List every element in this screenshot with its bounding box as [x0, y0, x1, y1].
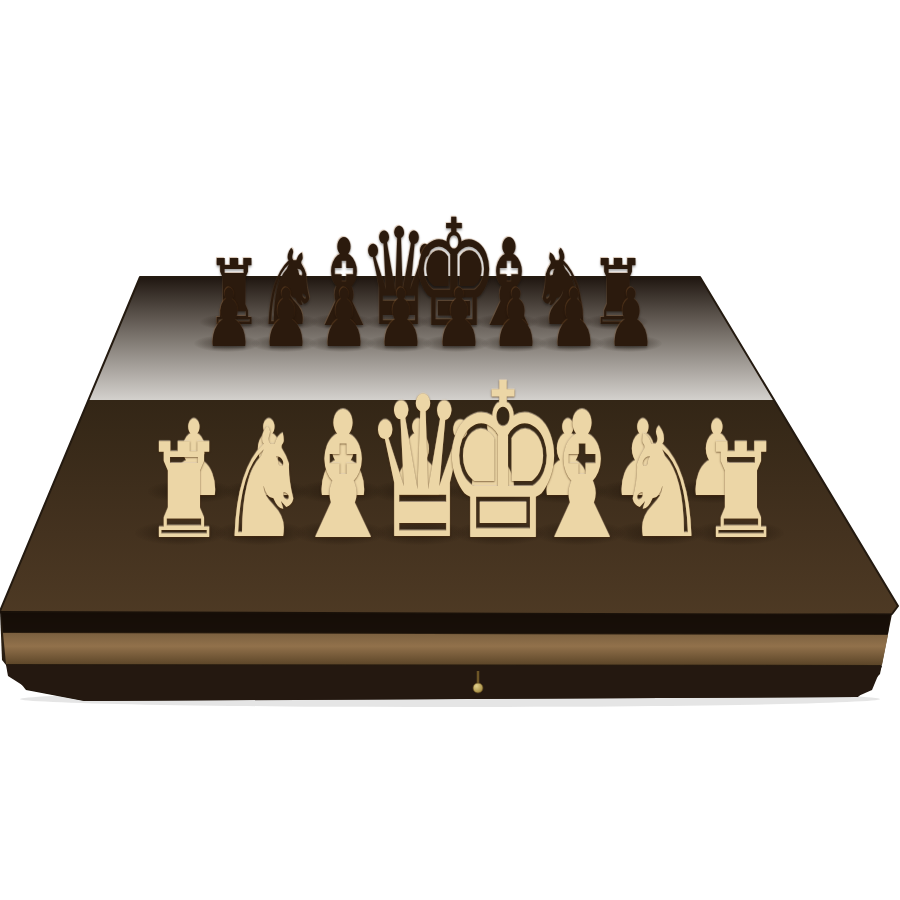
piece-dark-pawn-h7[interactable]: ♟ — [606, 278, 655, 358]
piece-dark-pawn-d7[interactable]: ♟ — [377, 278, 426, 358]
piece-light-knight-g1[interactable]: ♞ — [616, 409, 708, 560]
piece-light-rook-h1[interactable]: ♜ — [701, 426, 781, 557]
piece-dark-pawn-b7[interactable]: ♟ — [262, 278, 311, 358]
pieces-layer: ♜♞♝♛♚♝♞♜♟♟♟♟♟♟♟♟♟♟♟♟♟♟♟♟♜♞♝♛♚♝♞♜ — [0, 0, 900, 900]
chess-set-photo: ABCDEFGHHGFEDCBA1234567887654321 ♜♞♝♛♚♝♞… — [0, 0, 900, 900]
piece-dark-pawn-a7[interactable]: ♟ — [205, 278, 254, 358]
piece-dark-pawn-c7[interactable]: ♟ — [319, 278, 368, 358]
piece-light-rook-a1[interactable]: ♜ — [144, 426, 224, 557]
